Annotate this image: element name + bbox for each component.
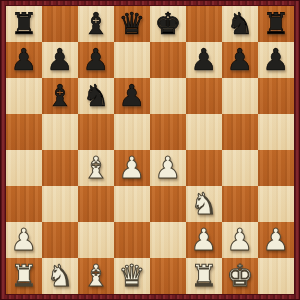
piece-white-king[interactable]: ♚ [222,258,258,294]
piece-black-pawn[interactable]: ♟ [186,42,222,78]
square-c1[interactable]: ♝ [78,258,114,294]
square-b4[interactable] [42,150,78,186]
piece-black-knight[interactable]: ♞ [222,6,258,42]
square-a7[interactable]: ♟ [6,42,42,78]
square-g2[interactable]: ♟ [222,222,258,258]
square-b2[interactable] [42,222,78,258]
square-g3[interactable] [222,186,258,222]
square-d1[interactable]: ♛ [114,258,150,294]
piece-white-bishop[interactable]: ♝ [78,150,114,186]
square-b5[interactable] [42,114,78,150]
square-h4[interactable] [258,150,294,186]
piece-black-pawn[interactable]: ♟ [222,42,258,78]
piece-white-knight[interactable]: ♞ [186,186,222,222]
square-g1[interactable]: ♚ [222,258,258,294]
piece-white-pawn[interactable]: ♟ [6,222,42,258]
square-f5[interactable] [186,114,222,150]
square-c2[interactable] [78,222,114,258]
square-f8[interactable] [186,6,222,42]
square-h1[interactable] [258,258,294,294]
square-f3[interactable]: ♞ [186,186,222,222]
square-c7[interactable]: ♟ [78,42,114,78]
square-c8[interactable]: ♝ [78,6,114,42]
square-c5[interactable] [78,114,114,150]
square-d7[interactable] [114,42,150,78]
square-f4[interactable] [186,150,222,186]
piece-white-pawn[interactable]: ♟ [222,222,258,258]
piece-white-rook[interactable]: ♜ [6,258,42,294]
square-c3[interactable] [78,186,114,222]
square-a6[interactable] [6,78,42,114]
piece-black-rook[interactable]: ♜ [258,6,294,42]
square-b8[interactable] [42,6,78,42]
square-c6[interactable]: ♞ [78,78,114,114]
piece-white-bishop[interactable]: ♝ [78,258,114,294]
piece-black-bishop[interactable]: ♝ [78,6,114,42]
square-f2[interactable]: ♟ [186,222,222,258]
piece-black-rook[interactable]: ♜ [6,6,42,42]
piece-white-pawn[interactable]: ♟ [258,222,294,258]
square-e8[interactable]: ♚ [150,6,186,42]
square-g8[interactable]: ♞ [222,6,258,42]
piece-white-queen[interactable]: ♛ [114,258,150,294]
piece-white-pawn[interactable]: ♟ [186,222,222,258]
square-b6[interactable]: ♝ [42,78,78,114]
piece-black-pawn[interactable]: ♟ [114,78,150,114]
piece-white-rook[interactable]: ♜ [186,258,222,294]
square-f7[interactable]: ♟ [186,42,222,78]
square-e5[interactable] [150,114,186,150]
square-a8[interactable]: ♜ [6,6,42,42]
square-b1[interactable]: ♞ [42,258,78,294]
square-g5[interactable] [222,114,258,150]
piece-black-queen[interactable]: ♛ [114,6,150,42]
square-g6[interactable] [222,78,258,114]
square-h2[interactable]: ♟ [258,222,294,258]
piece-black-pawn[interactable]: ♟ [78,42,114,78]
square-h5[interactable] [258,114,294,150]
board-frame: ♜♝♛♚♞♜♟♟♟♟♟♟♝♞♟♝♟♟♞♟♟♟♟♜♞♝♛♜♚ [0,0,300,300]
piece-white-knight[interactable]: ♞ [42,258,78,294]
square-e3[interactable] [150,186,186,222]
square-h8[interactable]: ♜ [258,6,294,42]
square-d8[interactable]: ♛ [114,6,150,42]
square-a2[interactable]: ♟ [6,222,42,258]
square-e4[interactable]: ♟ [150,150,186,186]
square-e7[interactable] [150,42,186,78]
piece-black-pawn[interactable]: ♟ [258,42,294,78]
square-h3[interactable] [258,186,294,222]
square-h7[interactable]: ♟ [258,42,294,78]
square-h6[interactable] [258,78,294,114]
piece-black-bishop[interactable]: ♝ [42,78,78,114]
square-e2[interactable] [150,222,186,258]
square-d6[interactable]: ♟ [114,78,150,114]
square-a1[interactable]: ♜ [6,258,42,294]
piece-black-knight[interactable]: ♞ [78,78,114,114]
square-a3[interactable] [6,186,42,222]
square-g7[interactable]: ♟ [222,42,258,78]
square-d4[interactable]: ♟ [114,150,150,186]
piece-black-pawn[interactable]: ♟ [6,42,42,78]
piece-white-pawn[interactable]: ♟ [150,150,186,186]
square-f1[interactable]: ♜ [186,258,222,294]
square-g4[interactable] [222,150,258,186]
piece-black-pawn[interactable]: ♟ [42,42,78,78]
square-e1[interactable] [150,258,186,294]
square-b3[interactable] [42,186,78,222]
piece-black-king[interactable]: ♚ [150,6,186,42]
square-a5[interactable] [6,114,42,150]
square-d2[interactable] [114,222,150,258]
square-f6[interactable] [186,78,222,114]
square-b7[interactable]: ♟ [42,42,78,78]
square-e6[interactable] [150,78,186,114]
square-d5[interactable] [114,114,150,150]
square-c4[interactable]: ♝ [78,150,114,186]
square-d3[interactable] [114,186,150,222]
piece-white-pawn[interactable]: ♟ [114,150,150,186]
chess-board: ♜♝♛♚♞♜♟♟♟♟♟♟♝♞♟♝♟♟♞♟♟♟♟♜♞♝♛♜♚ [6,6,294,294]
square-a4[interactable] [6,150,42,186]
